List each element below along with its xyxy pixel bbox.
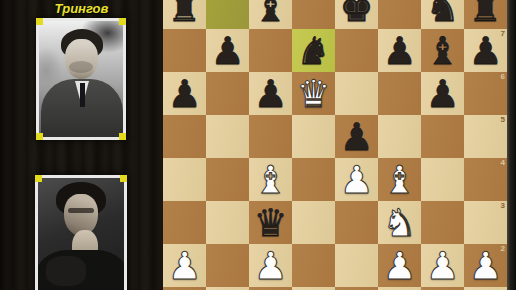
white-pawn-a2[interactable]: ♟	[163, 244, 206, 287]
square-d4[interactable]	[292, 158, 335, 201]
square-f8[interactable]	[378, 0, 421, 29]
square-f7[interactable]: ♟	[378, 29, 421, 72]
square-c2[interactable]: ♟	[249, 244, 292, 287]
video-frame: Трингов	[0, 0, 516, 290]
white-pawn-h2[interactable]: ♟	[464, 244, 507, 287]
player-name-top: Трингов	[0, 0, 163, 18]
black-pawn-g6[interactable]: ♟	[421, 72, 464, 115]
black-rook-h8[interactable]: ♜	[464, 0, 507, 29]
square-a8[interactable]: ♜	[163, 0, 206, 29]
photo-corner-icon	[119, 133, 126, 140]
white-pawn-g2[interactable]: ♟	[421, 244, 464, 287]
square-f2[interactable]: ♟	[378, 244, 421, 287]
square-e3[interactable]	[335, 201, 378, 244]
player-photo-top	[36, 18, 126, 140]
rank-label-5: 5	[501, 116, 505, 124]
square-a4[interactable]	[163, 158, 206, 201]
white-pawn-e4[interactable]: ♟	[335, 158, 378, 201]
black-knight-g8[interactable]: ♞	[421, 0, 464, 29]
square-f6[interactable]	[378, 72, 421, 115]
square-d2[interactable]	[292, 244, 335, 287]
black-queen-c3[interactable]: ♛	[249, 201, 292, 244]
black-bishop-c8[interactable]: ♝	[249, 0, 292, 29]
portrait-brow	[68, 208, 94, 213]
photo-corner-icon	[36, 18, 43, 25]
square-b4[interactable]	[206, 158, 249, 201]
square-f5[interactable]	[378, 115, 421, 158]
square-g6[interactable]: ♟	[421, 72, 464, 115]
square-d7[interactable]: ♞	[292, 29, 335, 72]
square-d6[interactable]: ♛	[292, 72, 335, 115]
white-bishop-f4[interactable]: ♝	[378, 158, 421, 201]
square-g4[interactable]	[421, 158, 464, 201]
rank-label-6: 6	[501, 73, 505, 81]
square-e7[interactable]	[335, 29, 378, 72]
square-c4[interactable]: ♝	[249, 158, 292, 201]
square-g2[interactable]: ♟	[421, 244, 464, 287]
square-h7[interactable]: 7♟	[464, 29, 507, 72]
square-a3[interactable]	[163, 201, 206, 244]
square-e8[interactable]: ♚	[335, 0, 378, 29]
square-d3[interactable]	[292, 201, 335, 244]
square-h4[interactable]: 4	[464, 158, 507, 201]
square-b2[interactable]	[206, 244, 249, 287]
player-photo-bottom	[35, 175, 127, 290]
black-pawn-h7[interactable]: ♟	[464, 29, 507, 72]
square-h6[interactable]: 6	[464, 72, 507, 115]
portrait-sleeve	[46, 256, 86, 286]
square-h8[interactable]: ♜	[464, 0, 507, 29]
square-g3[interactable]	[421, 201, 464, 244]
square-g5[interactable]	[421, 115, 464, 158]
square-c8[interactable]: ♝	[249, 0, 292, 29]
square-a2[interactable]: ♟	[163, 244, 206, 287]
square-c7[interactable]	[249, 29, 292, 72]
photo-corner-icon	[119, 18, 126, 25]
white-pawn-c2[interactable]: ♟	[249, 244, 292, 287]
black-king-e8[interactable]: ♚	[335, 0, 378, 29]
square-e6[interactable]	[335, 72, 378, 115]
portrait-tal	[38, 178, 124, 290]
square-b8[interactable]	[206, 0, 249, 29]
black-knight-d7[interactable]: ♞	[292, 29, 335, 72]
square-b7[interactable]: ♟	[206, 29, 249, 72]
square-g7[interactable]: ♝	[421, 29, 464, 72]
square-c3[interactable]: ♛	[249, 201, 292, 244]
rank-label-4: 4	[501, 159, 505, 167]
square-h5[interactable]: 5	[464, 115, 507, 158]
square-b6[interactable]	[206, 72, 249, 115]
square-h2[interactable]: 2♟	[464, 244, 507, 287]
white-bishop-c4[interactable]: ♝	[249, 158, 292, 201]
portrait-face	[65, 39, 98, 79]
square-d8[interactable]	[292, 0, 335, 29]
square-f3[interactable]: ♞	[378, 201, 421, 244]
black-pawn-c6[interactable]: ♟	[249, 72, 292, 115]
square-e4[interactable]: ♟	[335, 158, 378, 201]
black-pawn-a6[interactable]: ♟	[163, 72, 206, 115]
portrait-tie	[80, 83, 85, 107]
square-g8[interactable]: ♞	[421, 0, 464, 29]
rank-label-3: 3	[501, 202, 505, 210]
black-pawn-b7[interactable]: ♟	[206, 29, 249, 72]
black-rook-a8[interactable]: ♜	[163, 0, 206, 29]
square-b5[interactable]	[206, 115, 249, 158]
square-e2[interactable]	[335, 244, 378, 287]
wood-border-right	[507, 0, 516, 290]
portrait-tringov	[39, 21, 123, 137]
portrait-face-shadow	[69, 61, 93, 73]
square-f4[interactable]: ♝	[378, 158, 421, 201]
square-d5[interactable]	[292, 115, 335, 158]
black-pawn-e5[interactable]: ♟	[335, 115, 378, 158]
photo-corner-icon	[120, 175, 127, 182]
white-queen-d6[interactable]: ♛	[292, 72, 335, 115]
square-h3[interactable]: 3	[464, 201, 507, 244]
black-bishop-g7[interactable]: ♝	[421, 29, 464, 72]
square-c6[interactable]: ♟	[249, 72, 292, 115]
square-e5[interactable]: ♟	[335, 115, 378, 158]
square-b3[interactable]	[206, 201, 249, 244]
square-a7[interactable]	[163, 29, 206, 72]
photo-corner-icon	[35, 175, 42, 182]
players-panel: Трингов	[0, 0, 163, 290]
white-knight-f3[interactable]: ♞	[378, 201, 421, 244]
square-a5[interactable]	[163, 115, 206, 158]
white-pawn-f2[interactable]: ♟	[378, 244, 421, 287]
square-c5[interactable]	[249, 115, 292, 158]
black-pawn-f7[interactable]: ♟	[378, 29, 421, 72]
photo-corner-icon	[36, 133, 43, 140]
chess-board: ♜♝♚♞♜♟♞♟♝7♟♟♟♛♟6♟5♝♟♝4♛♞3♟♟♟♟2♟♜♜♚	[163, 0, 507, 290]
square-a6[interactable]: ♟	[163, 72, 206, 115]
